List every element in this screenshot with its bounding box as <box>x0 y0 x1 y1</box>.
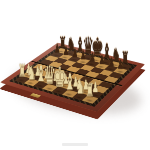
white-rook: ♜ <box>78 81 101 100</box>
black-pawn: ♟ <box>110 58 131 71</box>
product-photo: ♜♞♝♛♚♝♞♜♟♟♟♟♟♟♟♟♟♟♟♟♟♟♟♟♜♞♝♛♚♝♞♜ <box>0 0 150 150</box>
watermark <box>62 143 88 146</box>
